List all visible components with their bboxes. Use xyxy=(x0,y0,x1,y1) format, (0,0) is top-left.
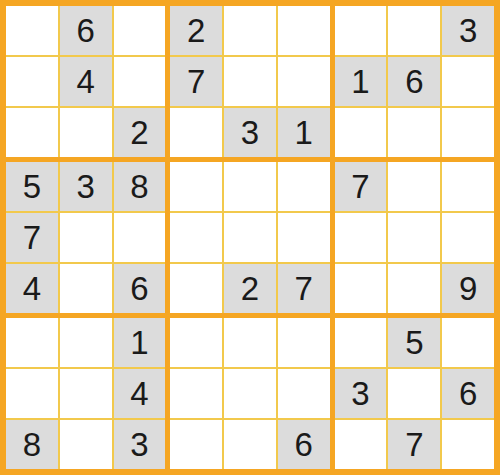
cell-r7c5[interactable] xyxy=(224,318,276,367)
sudoku-box-3: 316 xyxy=(335,6,494,157)
cell-r3c8[interactable] xyxy=(388,108,440,157)
cell-r9c4[interactable] xyxy=(170,420,222,469)
cell-r8c4[interactable] xyxy=(170,369,222,418)
cell-r8c3[interactable]: 4 xyxy=(114,369,166,418)
cell-r6c8[interactable] xyxy=(388,264,440,313)
cell-r1c8[interactable] xyxy=(388,6,440,55)
cell-r5c8[interactable] xyxy=(388,213,440,262)
cell-r2c4[interactable]: 7 xyxy=(170,57,222,106)
sudoku-box-5: 27 xyxy=(170,162,329,313)
cell-r5c9[interactable] xyxy=(442,213,494,262)
cell-r6c4[interactable] xyxy=(170,264,222,313)
cell-r5c4[interactable] xyxy=(170,213,222,262)
cell-r1c3[interactable] xyxy=(114,6,166,55)
cell-r5c7[interactable] xyxy=(335,213,387,262)
sudoku-box-9: 5367 xyxy=(335,318,494,469)
cell-r5c6[interactable] xyxy=(278,213,330,262)
cell-r2c9[interactable] xyxy=(442,57,494,106)
cell-r8c5[interactable] xyxy=(224,369,276,418)
cell-r8c8[interactable] xyxy=(388,369,440,418)
cell-r4c8[interactable] xyxy=(388,162,440,211)
cell-r4c2[interactable]: 3 xyxy=(60,162,112,211)
cell-r2c7[interactable]: 1 xyxy=(335,57,387,106)
cell-r3c4[interactable] xyxy=(170,108,222,157)
cell-r4c4[interactable] xyxy=(170,162,222,211)
cell-r3c5[interactable]: 3 xyxy=(224,108,276,157)
cell-r6c1[interactable]: 4 xyxy=(6,264,58,313)
cell-r8c6[interactable] xyxy=(278,369,330,418)
cell-r7c6[interactable] xyxy=(278,318,330,367)
cell-r1c6[interactable] xyxy=(278,6,330,55)
cell-r6c5[interactable]: 2 xyxy=(224,264,276,313)
cell-r1c2[interactable]: 6 xyxy=(60,6,112,55)
sudoku-box-8: 6 xyxy=(170,318,329,469)
cell-r9c5[interactable] xyxy=(224,420,276,469)
cell-r3c2[interactable] xyxy=(60,108,112,157)
cell-r7c3[interactable]: 1 xyxy=(114,318,166,367)
cell-r4c3[interactable]: 8 xyxy=(114,162,166,211)
cell-r6c2[interactable] xyxy=(60,264,112,313)
cell-r7c9[interactable] xyxy=(442,318,494,367)
cell-r2c6[interactable] xyxy=(278,57,330,106)
sudoku-box-7: 1483 xyxy=(6,318,165,469)
cell-r1c7[interactable] xyxy=(335,6,387,55)
cell-r8c7[interactable]: 3 xyxy=(335,369,387,418)
cell-r9c9[interactable] xyxy=(442,420,494,469)
cell-r9c6[interactable]: 6 xyxy=(278,420,330,469)
cell-r2c2[interactable]: 4 xyxy=(60,57,112,106)
cell-r9c8[interactable]: 7 xyxy=(388,420,440,469)
cell-r5c5[interactable] xyxy=(224,213,276,262)
cell-r6c3[interactable]: 6 xyxy=(114,264,166,313)
cell-r4c6[interactable] xyxy=(278,162,330,211)
cell-r4c9[interactable] xyxy=(442,162,494,211)
cell-r3c9[interactable] xyxy=(442,108,494,157)
cell-r1c5[interactable] xyxy=(224,6,276,55)
cell-r6c7[interactable] xyxy=(335,264,387,313)
cell-r3c7[interactable] xyxy=(335,108,387,157)
cell-r8c1[interactable] xyxy=(6,369,58,418)
cell-r2c8[interactable]: 6 xyxy=(388,57,440,106)
cell-r2c5[interactable] xyxy=(224,57,276,106)
cell-r2c1[interactable] xyxy=(6,57,58,106)
sudoku-board: 64227313165387462779148365367 xyxy=(0,0,500,475)
cell-r8c2[interactable] xyxy=(60,369,112,418)
cell-r2c3[interactable] xyxy=(114,57,166,106)
cell-r3c6[interactable]: 1 xyxy=(278,108,330,157)
cell-r7c7[interactable] xyxy=(335,318,387,367)
cell-r9c7[interactable] xyxy=(335,420,387,469)
cell-r4c5[interactable] xyxy=(224,162,276,211)
cell-r9c3[interactable]: 3 xyxy=(114,420,166,469)
cell-r3c3[interactable]: 2 xyxy=(114,108,166,157)
cell-r5c3[interactable] xyxy=(114,213,166,262)
cell-r1c9[interactable]: 3 xyxy=(442,6,494,55)
sudoku-box-1: 642 xyxy=(6,6,165,157)
cell-r5c2[interactable] xyxy=(60,213,112,262)
cell-r4c1[interactable]: 5 xyxy=(6,162,58,211)
sudoku-box-2: 2731 xyxy=(170,6,329,157)
cell-r9c2[interactable] xyxy=(60,420,112,469)
cell-r7c8[interactable]: 5 xyxy=(388,318,440,367)
cell-r9c1[interactable]: 8 xyxy=(6,420,58,469)
cell-r3c1[interactable] xyxy=(6,108,58,157)
sudoku-box-4: 538746 xyxy=(6,162,165,313)
cell-r7c4[interactable] xyxy=(170,318,222,367)
cell-r6c9[interactable]: 9 xyxy=(442,264,494,313)
cell-r7c2[interactable] xyxy=(60,318,112,367)
cell-r4c7[interactable]: 7 xyxy=(335,162,387,211)
cell-r7c1[interactable] xyxy=(6,318,58,367)
cell-r6c6[interactable]: 7 xyxy=(278,264,330,313)
cell-r1c4[interactable]: 2 xyxy=(170,6,222,55)
cell-r1c1[interactable] xyxy=(6,6,58,55)
sudoku-box-6: 79 xyxy=(335,162,494,313)
cell-r5c1[interactable]: 7 xyxy=(6,213,58,262)
cell-r8c9[interactable]: 6 xyxy=(442,369,494,418)
